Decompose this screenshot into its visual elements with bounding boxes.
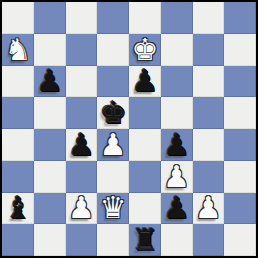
- square-f4[interactable]: ♟: [161, 129, 193, 161]
- square-d3[interactable]: [97, 161, 129, 193]
- square-a4[interactable]: [2, 129, 34, 161]
- square-h7[interactable]: [224, 34, 256, 66]
- black-pawn-piece: ♟: [66, 129, 98, 161]
- square-d7[interactable]: [97, 34, 129, 66]
- square-e5[interactable]: [129, 97, 161, 129]
- square-b3[interactable]: [34, 161, 66, 193]
- square-f3[interactable]: ♟: [161, 161, 193, 193]
- white-pawn-piece: ♟: [66, 193, 98, 225]
- square-h4[interactable]: [224, 129, 256, 161]
- black-pawn-piece: ♟: [161, 129, 193, 161]
- square-c5[interactable]: [66, 97, 98, 129]
- square-c7[interactable]: [66, 34, 98, 66]
- black-pawn-piece: ♟: [161, 193, 193, 225]
- square-b2[interactable]: [34, 193, 66, 225]
- square-d1[interactable]: [97, 224, 129, 256]
- square-h1[interactable]: [224, 224, 256, 256]
- square-a8[interactable]: [2, 2, 34, 34]
- square-e7[interactable]: ♚: [129, 34, 161, 66]
- square-g6[interactable]: [193, 66, 225, 98]
- square-g3[interactable]: [193, 161, 225, 193]
- square-f6[interactable]: [161, 66, 193, 98]
- square-g2[interactable]: ♟: [193, 193, 225, 225]
- square-d5[interactable]: ♚: [97, 97, 129, 129]
- square-d6[interactable]: [97, 66, 129, 98]
- square-g8[interactable]: [193, 2, 225, 34]
- square-f7[interactable]: [161, 34, 193, 66]
- square-h6[interactable]: [224, 66, 256, 98]
- square-h8[interactable]: [224, 2, 256, 34]
- square-a2[interactable]: ♝: [2, 193, 34, 225]
- black-rook-piece: ♜: [129, 224, 161, 256]
- square-f2[interactable]: ♟: [161, 193, 193, 225]
- black-pawn-piece: ♟: [129, 66, 161, 98]
- square-f1[interactable]: [161, 224, 193, 256]
- square-c1[interactable]: [66, 224, 98, 256]
- square-b8[interactable]: [34, 2, 66, 34]
- square-a5[interactable]: [2, 97, 34, 129]
- square-e1[interactable]: ♜: [129, 224, 161, 256]
- white-pawn-piece: ♟: [193, 193, 225, 225]
- white-queen-piece: ♛: [97, 193, 129, 225]
- square-e8[interactable]: [129, 2, 161, 34]
- square-b1[interactable]: [34, 224, 66, 256]
- square-e2[interactable]: [129, 193, 161, 225]
- square-d2[interactable]: ♛: [97, 193, 129, 225]
- square-g4[interactable]: [193, 129, 225, 161]
- black-pawn-piece: ♟: [34, 66, 66, 98]
- square-d4[interactable]: ♟: [97, 129, 129, 161]
- square-e3[interactable]: [129, 161, 161, 193]
- square-g5[interactable]: [193, 97, 225, 129]
- square-e4[interactable]: [129, 129, 161, 161]
- square-d8[interactable]: [97, 2, 129, 34]
- square-h5[interactable]: [224, 97, 256, 129]
- square-f5[interactable]: [161, 97, 193, 129]
- square-e6[interactable]: ♟: [129, 66, 161, 98]
- square-a1[interactable]: [2, 224, 34, 256]
- square-b6[interactable]: ♟: [34, 66, 66, 98]
- square-b7[interactable]: [34, 34, 66, 66]
- square-c6[interactable]: [66, 66, 98, 98]
- square-f8[interactable]: [161, 2, 193, 34]
- white-knight-piece: ♞: [2, 34, 34, 66]
- square-g1[interactable]: [193, 224, 225, 256]
- square-c4[interactable]: ♟: [66, 129, 98, 161]
- square-g7[interactable]: [193, 34, 225, 66]
- square-b5[interactable]: [34, 97, 66, 129]
- square-a7[interactable]: ♞: [2, 34, 34, 66]
- square-a3[interactable]: [2, 161, 34, 193]
- square-c3[interactable]: [66, 161, 98, 193]
- board-frame: ♞♚♟♟♚♟♟♟♟♝♟♛♟♟♜: [0, 0, 258, 258]
- chess-board: ♞♚♟♟♚♟♟♟♟♝♟♛♟♟♜: [2, 2, 256, 256]
- square-b4[interactable]: [34, 129, 66, 161]
- square-a6[interactable]: [2, 66, 34, 98]
- white-king-piece: ♚: [129, 34, 161, 66]
- square-c8[interactable]: [66, 2, 98, 34]
- square-c2[interactable]: ♟: [66, 193, 98, 225]
- white-pawn-piece: ♟: [161, 161, 193, 193]
- black-king-piece: ♚: [97, 97, 129, 129]
- white-pawn-piece: ♟: [97, 129, 129, 161]
- square-h2[interactable]: [224, 193, 256, 225]
- square-h3[interactable]: [224, 161, 256, 193]
- black-bishop-piece: ♝: [2, 193, 34, 225]
